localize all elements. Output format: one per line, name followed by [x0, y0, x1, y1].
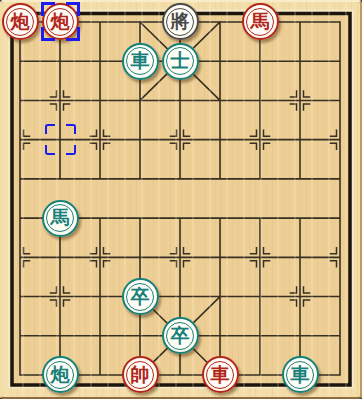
piece-character: 車 — [286, 361, 314, 389]
xiangqi-board[interactable]: 炮炮將馬車士馬卒卒炮帥車車 — [0, 2, 360, 394]
piece-character: 炮 — [46, 361, 74, 389]
piece-character: 卒 — [126, 283, 154, 311]
piece-black-advisor[interactable]: 士 — [162, 43, 199, 80]
piece-character: 士 — [166, 47, 194, 75]
piece-black-chariot[interactable]: 車 — [122, 43, 159, 80]
piece-black-chariot[interactable]: 車 — [282, 356, 319, 393]
piece-black-general[interactable]: 將 — [162, 3, 199, 40]
piece-red-cannon[interactable]: 炮 — [2, 3, 39, 40]
xiangqi-app-window: 炮炮將馬車士馬卒卒炮帥車車 — [0, 0, 362, 399]
piece-character: 車 — [206, 361, 234, 389]
move-origin-marker — [45, 124, 76, 155]
piece-black-soldier[interactable]: 卒 — [162, 317, 199, 354]
piece-black-cannon[interactable]: 炮 — [42, 356, 79, 393]
piece-character: 馬 — [246, 8, 274, 36]
piece-red-general[interactable]: 帥 — [122, 356, 159, 393]
piece-red-horse[interactable]: 馬 — [242, 3, 279, 40]
piece-character: 將 — [166, 8, 194, 36]
piece-character: 卒 — [166, 322, 194, 350]
piece-character: 炮 — [6, 8, 34, 36]
piece-black-horse[interactable]: 馬 — [42, 200, 79, 237]
board-stage: 炮炮將馬車士馬卒卒炮帥車車 — [0, 0, 362, 399]
piece-character: 帥 — [126, 361, 154, 389]
piece-character: 馬 — [46, 204, 74, 232]
piece-red-chariot[interactable]: 車 — [202, 356, 239, 393]
piece-character: 車 — [126, 47, 154, 75]
piece-character: 炮 — [46, 8, 74, 36]
piece-black-soldier[interactable]: 卒 — [122, 278, 159, 315]
piece-red-cannon[interactable]: 炮 — [42, 3, 79, 40]
